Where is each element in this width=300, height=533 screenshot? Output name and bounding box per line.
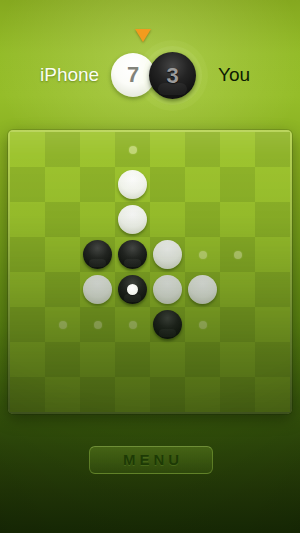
white-disc bbox=[153, 240, 182, 269]
cell-e2 bbox=[150, 167, 185, 202]
cell-f4[interactable] bbox=[185, 237, 220, 272]
cell-c3 bbox=[80, 202, 115, 237]
black-score-disc: 3 bbox=[149, 52, 196, 99]
cell-c7 bbox=[80, 342, 115, 377]
cell-h6 bbox=[255, 307, 290, 342]
cell-c6[interactable] bbox=[80, 307, 115, 342]
cell-d8 bbox=[115, 377, 150, 412]
cell-h5 bbox=[255, 272, 290, 307]
cell-b1 bbox=[45, 132, 80, 167]
menu-button[interactable]: MENU bbox=[89, 446, 213, 474]
cell-a8 bbox=[10, 377, 45, 412]
player-right-label: You bbox=[218, 64, 250, 86]
cell-a3 bbox=[10, 202, 45, 237]
cell-b5 bbox=[45, 272, 80, 307]
cell-h3 bbox=[255, 202, 290, 237]
cell-a4 bbox=[10, 237, 45, 272]
cell-e8 bbox=[150, 377, 185, 412]
cell-d4 bbox=[115, 237, 150, 272]
cell-b3 bbox=[45, 202, 80, 237]
cell-a1 bbox=[10, 132, 45, 167]
cell-g8 bbox=[220, 377, 255, 412]
cell-a6 bbox=[10, 307, 45, 342]
last-move-marker bbox=[127, 284, 138, 295]
cell-f6[interactable] bbox=[185, 307, 220, 342]
cell-d6[interactable] bbox=[115, 307, 150, 342]
cell-d1[interactable] bbox=[115, 132, 150, 167]
turn-indicator-icon bbox=[135, 29, 151, 42]
cell-d2 bbox=[115, 167, 150, 202]
cell-c4 bbox=[80, 237, 115, 272]
cell-a7 bbox=[10, 342, 45, 377]
cell-f7 bbox=[185, 342, 220, 377]
black-disc bbox=[83, 240, 112, 269]
cell-g3 bbox=[220, 202, 255, 237]
white-disc bbox=[118, 205, 147, 234]
cell-h2 bbox=[255, 167, 290, 202]
white-disc bbox=[118, 170, 147, 199]
reversi-board bbox=[8, 130, 292, 414]
legal-move-dot bbox=[94, 321, 102, 329]
cell-c2 bbox=[80, 167, 115, 202]
cell-d3 bbox=[115, 202, 150, 237]
legal-move-dot bbox=[234, 251, 242, 259]
legal-move-dot bbox=[59, 321, 67, 329]
cell-g1 bbox=[220, 132, 255, 167]
cell-b2 bbox=[45, 167, 80, 202]
cell-g5 bbox=[220, 272, 255, 307]
cell-d5 bbox=[115, 272, 150, 307]
cell-c8 bbox=[80, 377, 115, 412]
cell-e6 bbox=[150, 307, 185, 342]
cell-g4[interactable] bbox=[220, 237, 255, 272]
cell-a2 bbox=[10, 167, 45, 202]
cell-g2 bbox=[220, 167, 255, 202]
white-disc bbox=[83, 275, 112, 304]
cell-b7 bbox=[45, 342, 80, 377]
cell-b6[interactable] bbox=[45, 307, 80, 342]
cell-e3 bbox=[150, 202, 185, 237]
black-disc bbox=[153, 310, 182, 339]
player-left-label: iPhone bbox=[40, 64, 96, 86]
cell-e4 bbox=[150, 237, 185, 272]
cell-e5 bbox=[150, 272, 185, 307]
cell-e1 bbox=[150, 132, 185, 167]
cell-h7 bbox=[255, 342, 290, 377]
cell-h4 bbox=[255, 237, 290, 272]
scoreboard: iPhone 7 3 You bbox=[0, 0, 300, 130]
cell-c5 bbox=[80, 272, 115, 307]
cell-f5 bbox=[185, 272, 220, 307]
cell-f1 bbox=[185, 132, 220, 167]
legal-move-dot bbox=[129, 321, 137, 329]
legal-move-dot bbox=[199, 321, 207, 329]
app-screen: iPhone 7 3 You MENU bbox=[0, 0, 300, 533]
cell-g6 bbox=[220, 307, 255, 342]
cell-h1 bbox=[255, 132, 290, 167]
black-disc bbox=[118, 275, 147, 304]
board-grid bbox=[10, 132, 290, 412]
cell-h8 bbox=[255, 377, 290, 412]
white-disc bbox=[188, 275, 217, 304]
cell-d7 bbox=[115, 342, 150, 377]
cell-f2 bbox=[185, 167, 220, 202]
cell-f8 bbox=[185, 377, 220, 412]
black-score-value: 3 bbox=[149, 52, 196, 99]
legal-move-dot bbox=[129, 146, 137, 154]
cell-a5 bbox=[10, 272, 45, 307]
white-disc bbox=[153, 275, 182, 304]
cell-b8 bbox=[45, 377, 80, 412]
black-disc bbox=[118, 240, 147, 269]
cell-b4 bbox=[45, 237, 80, 272]
legal-move-dot bbox=[199, 251, 207, 259]
cell-g7 bbox=[220, 342, 255, 377]
cell-c1 bbox=[80, 132, 115, 167]
cell-e7 bbox=[150, 342, 185, 377]
cell-f3 bbox=[185, 202, 220, 237]
